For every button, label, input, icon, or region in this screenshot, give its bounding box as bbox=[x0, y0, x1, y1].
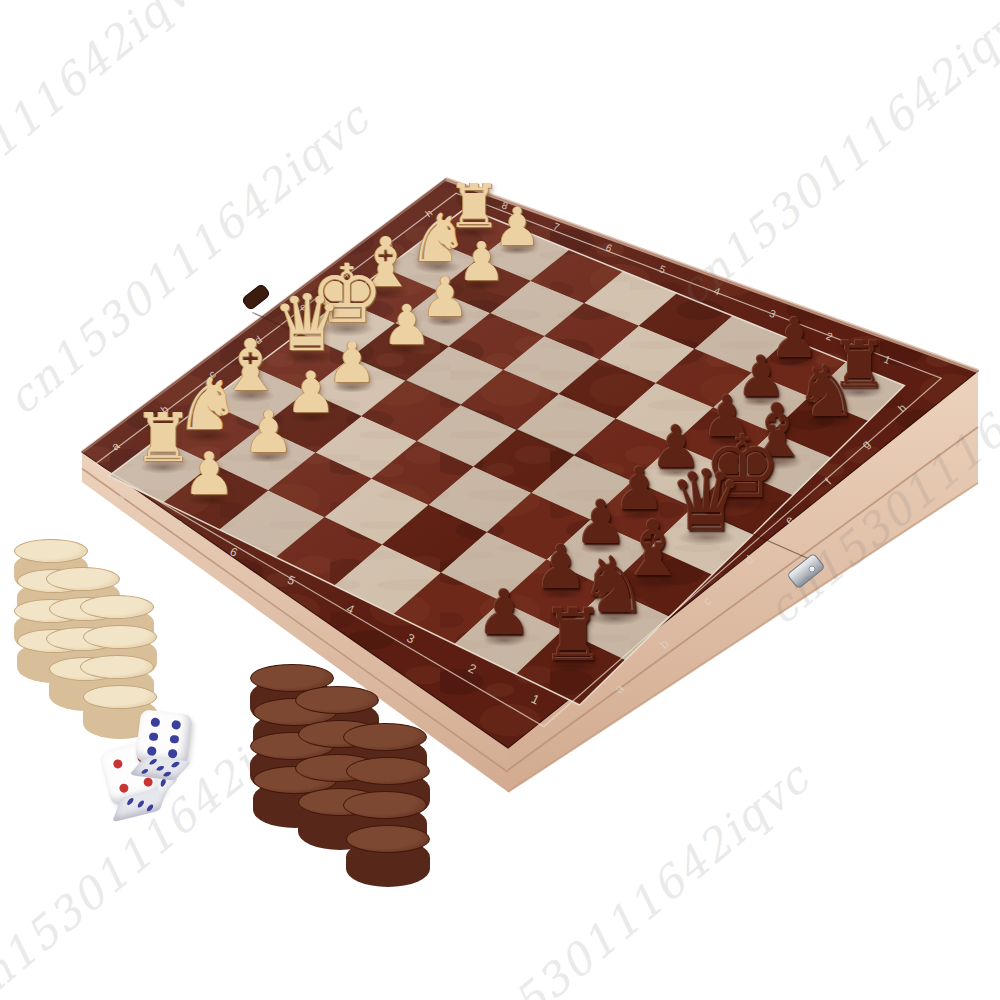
chess-board: aabbccddeeffgghh1122334455667788 bbox=[0, 0, 1000, 1000]
die-pip bbox=[147, 747, 156, 756]
die-pip bbox=[136, 800, 145, 808]
metal-clasp-knob bbox=[809, 566, 815, 572]
die-pip bbox=[170, 762, 180, 768]
die-pip bbox=[155, 765, 165, 771]
gloss-sheen bbox=[82, 179, 978, 748]
hinge bbox=[241, 283, 270, 310]
die-pip bbox=[142, 777, 153, 788]
die-pip bbox=[168, 749, 177, 758]
die-pip bbox=[149, 732, 158, 741]
product-photo: aabbccddeeffgghh1122334455667788 cn15301… bbox=[0, 0, 1000, 1000]
die-2 bbox=[135, 709, 193, 767]
die-pip bbox=[146, 804, 155, 812]
die-pip bbox=[119, 782, 130, 793]
die-pip bbox=[113, 759, 124, 770]
die-pip bbox=[170, 735, 179, 744]
die-pip bbox=[162, 771, 172, 777]
die-pip bbox=[139, 768, 149, 774]
die-pip bbox=[147, 759, 157, 765]
die-pip bbox=[151, 718, 160, 727]
die-pip bbox=[171, 720, 180, 729]
die-pip bbox=[126, 797, 135, 805]
